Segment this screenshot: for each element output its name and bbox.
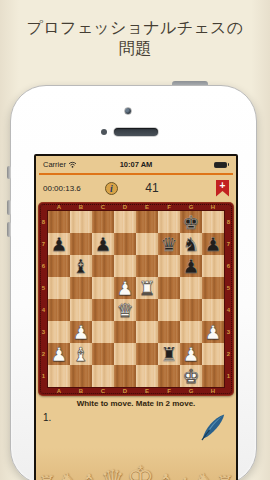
square-c2[interactable] [92,343,114,365]
square-a8[interactable] [48,211,70,233]
piece-white-pawn[interactable]: ♟ [180,343,202,365]
coord-label: 8 [40,211,47,233]
coord-label: 8 [225,211,232,233]
bookmark-plus-icon[interactable]: + [216,180,229,197]
battery-nub [228,163,230,166]
coord-label: H [202,203,224,211]
piece-white-pawn[interactable]: ♟ [48,343,70,365]
square-b1[interactable] [70,365,92,387]
square-g5[interactable] [180,277,202,299]
decor-piece-queen: ♛ [100,466,124,480]
coord-label: F [158,387,180,395]
piece-black-knight[interactable]: ♞ [180,233,202,255]
piece-black-pawn[interactable]: ♟ [180,255,202,277]
square-c8[interactable] [92,211,114,233]
coord-label: A [48,387,70,395]
piece-white-rook[interactable]: ♜ [136,277,158,299]
square-d3[interactable] [114,321,136,343]
coord-label: 4 [225,299,232,321]
wifi-icon [68,161,77,168]
square-c6[interactable] [92,255,114,277]
square-b2[interactable]: ♝ [70,343,92,365]
square-b7[interactable] [70,233,92,255]
coord-label: 2 [40,343,47,365]
chess-board: ABCDEFGH ABCDEFGH 87654321 87654321 ♚♟♟♛… [38,202,234,396]
square-b6[interactable]: ♝ [70,255,92,277]
carrier-label: Carrier [43,160,66,169]
square-d5[interactable]: ♟ [114,277,136,299]
square-g7[interactable]: ♞ [180,233,202,255]
square-g1[interactable]: ♚ [180,365,202,387]
square-c5[interactable] [92,277,114,299]
square-h7[interactable]: ♟ [202,233,224,255]
piece-white-bishop[interactable]: ♝ [70,343,92,365]
coord-label: 3 [225,321,232,343]
coord-label: B [70,203,92,211]
decor-piece-king: ♚ [127,462,155,480]
coord-label: 5 [40,277,47,299]
status-bar: Carrier 10:07 AM [36,156,236,173]
square-g3[interactable] [180,321,202,343]
coord-label: E [136,387,158,395]
square-f4[interactable] [158,299,180,321]
square-h8[interactable] [202,211,224,233]
square-g6[interactable]: ♟ [180,255,202,277]
piece-black-pawn[interactable]: ♟ [92,233,114,255]
square-e1[interactable] [136,365,158,387]
square-c3[interactable] [92,321,114,343]
puzzle-counter: 41 [118,181,186,195]
decor-piece-knight: ♞ [194,471,214,480]
square-h4[interactable] [202,299,224,321]
piece-black-king[interactable]: ♚ [180,211,202,233]
battery-icon [214,162,227,168]
square-e3[interactable] [136,321,158,343]
file-labels-bottom: ABCDEFGH [48,387,224,395]
square-c4[interactable] [92,299,114,321]
square-g2[interactable]: ♟ [180,343,202,365]
volume-down-button [7,222,11,237]
coord-label: D [114,203,136,211]
app-screen: Carrier 10:07 AM 00:00:13.6 i 41 [34,154,238,480]
decorative-pieces-photo: ♜♞♝♛♚♝♟♞♜ [36,448,236,480]
square-e7[interactable] [136,233,158,255]
square-d4[interactable]: ♛ [114,299,136,321]
decor-piece-rook: ♜ [38,473,56,480]
piece-black-pawn[interactable]: ♟ [48,233,70,255]
decor-piece-rook: ♜ [216,473,234,480]
square-a3[interactable] [48,321,70,343]
piece-black-queen[interactable]: ♛ [158,233,180,255]
coord-label: 6 [40,255,47,277]
square-b5[interactable] [70,277,92,299]
front-camera [124,107,132,115]
square-e8[interactable] [136,211,158,233]
square-e6[interactable] [136,255,158,277]
square-b3[interactable]: ♟ [70,321,92,343]
square-d8[interactable] [114,211,136,233]
coord-label: 7 [40,233,47,255]
square-f5[interactable] [158,277,180,299]
square-c1[interactable] [92,365,114,387]
coord-label: 6 [225,255,232,277]
decor-piece-pawn: ♟ [177,476,192,480]
square-h5[interactable] [202,277,224,299]
piece-white-king[interactable]: ♚ [180,365,202,387]
coord-label: G [180,203,202,211]
square-e2[interactable] [136,343,158,365]
coord-label: C [92,203,114,211]
volume-up-button [7,200,11,215]
square-d6[interactable] [114,255,136,277]
square-f3[interactable] [158,321,180,343]
coord-label: 7 [225,233,232,255]
decor-piece-bishop: ♝ [156,472,175,480]
mute-switch [7,166,11,179]
square-h1[interactable] [202,365,224,387]
coord-label: 5 [225,277,232,299]
coord-label: 2 [225,343,232,365]
square-f1[interactable] [158,365,180,387]
coord-label: E [136,203,158,211]
piece-black-rook[interactable]: ♜ [158,343,180,365]
square-f7[interactable]: ♛ [158,233,180,255]
coord-label: A [48,203,70,211]
toolbar: 00:00:13.6 i 41 + [36,175,236,201]
square-d2[interactable] [114,343,136,365]
square-f2[interactable]: ♜ [158,343,180,365]
square-a2[interactable]: ♟ [48,343,70,365]
coord-label: D [114,387,136,395]
square-e4[interactable] [136,299,158,321]
coord-label: 4 [40,299,47,321]
square-a4[interactable] [48,299,70,321]
earpiece-speaker [114,128,158,136]
quill-pen-icon[interactable] [199,412,227,442]
square-h3[interactable]: ♟ [202,321,224,343]
square-f6[interactable] [158,255,180,277]
timer-display: 00:00:13.6 [43,184,93,193]
square-a5[interactable] [48,277,70,299]
square-h2[interactable] [202,343,224,365]
iphone-frame: Carrier 10:07 AM 00:00:13.6 i 41 [10,85,257,480]
piece-white-pawn[interactable]: ♟ [202,321,224,343]
rank-labels-right: 87654321 [225,211,232,387]
page-title: プロフェッショナルチェスの問題 [19,17,251,59]
rank-labels-left: 87654321 [40,211,47,387]
square-c7[interactable]: ♟ [92,233,114,255]
square-d7[interactable] [114,233,136,255]
coord-label: 1 [225,365,232,387]
square-b8[interactable] [70,211,92,233]
piece-black-pawn[interactable]: ♟ [202,233,224,255]
coord-label: 1 [40,365,47,387]
decor-piece-bishop: ♝ [80,472,99,480]
piece-white-pawn[interactable]: ♟ [114,277,136,299]
app-store-screenshot: プロフェッショナルチェスの問題 Carrier 10:07 AM [0,0,270,480]
file-labels-top: ABCDEFGH [48,203,224,211]
coord-label: B [70,387,92,395]
square-g4[interactable] [180,299,202,321]
square-a6[interactable] [48,255,70,277]
square-h6[interactable] [202,255,224,277]
info-button[interactable]: i [105,182,118,195]
square-e5[interactable]: ♜ [136,277,158,299]
square-a7[interactable]: ♟ [48,233,70,255]
piece-white-pawn[interactable]: ♟ [70,321,92,343]
piece-black-bishop[interactable]: ♝ [70,255,92,277]
board-grid: ♚♟♟♛♞♟♝♟♟♜♛♟♟♟♝♜♟♚ [48,211,224,387]
coord-label: C [92,387,114,395]
decor-piece-knight: ♞ [58,471,78,480]
piece-white-queen[interactable]: ♛ [114,299,136,321]
square-g8[interactable]: ♚ [180,211,202,233]
clock: 10:07 AM [120,160,153,169]
coord-label: F [158,203,180,211]
proximity-sensor [101,129,107,135]
square-a1[interactable] [48,365,70,387]
coord-label: 3 [40,321,47,343]
coord-label: H [202,387,224,395]
coord-label: G [180,387,202,395]
square-b4[interactable] [70,299,92,321]
square-f8[interactable] [158,211,180,233]
puzzle-caption: White to move. Mate in 2 move. [36,399,236,408]
square-d1[interactable] [114,365,136,387]
